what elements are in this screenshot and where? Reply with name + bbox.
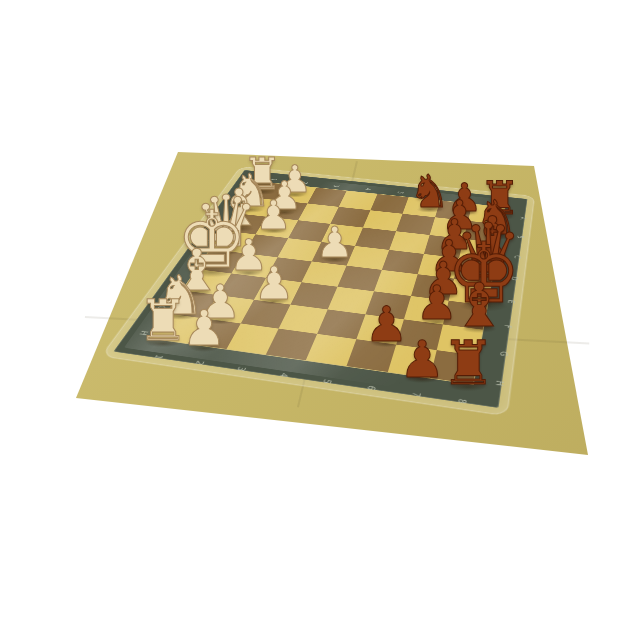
board-square-h7 <box>388 345 437 378</box>
board-square-h8 <box>430 350 478 384</box>
product-photo-scene: 12345678 12345678 ABCDEFGH ABCDEFGH ♜♞♝♛… <box>0 0 625 625</box>
